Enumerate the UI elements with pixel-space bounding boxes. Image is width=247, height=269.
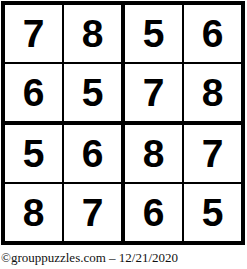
sudoku-cell-r1c3: 5: [125, 5, 184, 64]
sudoku-cell-r3c1: 5: [5, 125, 64, 184]
sudoku-cell-r2c2: 5: [64, 64, 125, 125]
sudoku-cell-r1c1: 7: [5, 5, 64, 64]
sudoku-cell-r4c4: 5: [184, 184, 241, 241]
sudoku-cell-r3c4: 7: [184, 125, 241, 184]
sudoku-cell-r3c2: 6: [64, 125, 125, 184]
sudoku-cell-r2c4: 8: [184, 64, 241, 125]
puzzle-page: 7856657856878765 ©grouppuzzles.com – 12/…: [0, 0, 247, 269]
sudoku-cell-r1c2: 8: [64, 5, 125, 64]
sudoku-cell-r4c1: 8: [5, 184, 64, 241]
sudoku-cell-r3c3: 8: [125, 125, 184, 184]
copyright-footer: ©grouppuzzles.com – 12/21/2020: [1, 250, 178, 266]
sudoku-cell-r2c1: 6: [5, 64, 64, 125]
sudoku-cell-r2c3: 7: [125, 64, 184, 125]
sudoku-board: 7856657856878765: [1, 1, 245, 245]
sudoku-cell-r4c3: 6: [125, 184, 184, 241]
sudoku-cell-r1c4: 6: [184, 5, 241, 64]
sudoku-cell-r4c2: 7: [64, 184, 125, 241]
